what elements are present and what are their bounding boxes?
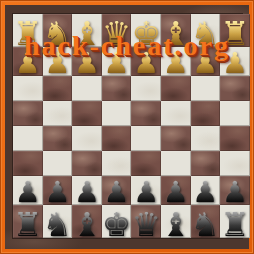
piece-dark-silver-pawn[interactable]: ♟ [74, 178, 100, 207]
square-g1[interactable]: ♞ [191, 205, 221, 238]
square-a8[interactable]: ♜ [13, 14, 43, 47]
square-d6[interactable] [102, 76, 132, 101]
square-f3[interactable] [161, 151, 191, 176]
square-a2[interactable]: ♟ [13, 176, 43, 205]
square-d4[interactable] [102, 126, 132, 151]
square-e5[interactable] [131, 101, 161, 126]
piece-dark-silver-pawn[interactable]: ♟ [222, 178, 248, 207]
piece-dark-silver-queen[interactable]: ♛ [131, 208, 161, 241]
piece-gold-pawn[interactable]: ♟ [192, 49, 218, 78]
piece-dark-silver-king[interactable]: ♚ [102, 208, 132, 241]
square-h2[interactable]: ♟ [220, 176, 250, 205]
square-g3[interactable] [191, 151, 221, 176]
square-c5[interactable] [72, 101, 102, 126]
square-e7[interactable]: ♟ [131, 47, 161, 76]
square-d7[interactable]: ♟ [102, 47, 132, 76]
square-e3[interactable] [131, 151, 161, 176]
square-c4[interactable] [72, 126, 102, 151]
square-f5[interactable] [161, 101, 191, 126]
square-b6[interactable] [43, 76, 73, 101]
square-g2[interactable]: ♟ [191, 176, 221, 205]
square-f1[interactable]: ♝ [161, 205, 191, 238]
piece-gold-pawn[interactable]: ♟ [74, 49, 100, 78]
square-g6[interactable] [191, 76, 221, 101]
square-e6[interactable] [131, 76, 161, 101]
piece-dark-silver-pawn[interactable]: ♟ [192, 178, 218, 207]
piece-dark-silver-pawn[interactable]: ♟ [15, 178, 41, 207]
square-h8[interactable]: ♜ [220, 14, 250, 47]
square-f2[interactable]: ♟ [161, 176, 191, 205]
square-g7[interactable]: ♟ [191, 47, 221, 76]
square-b2[interactable]: ♟ [43, 176, 73, 205]
square-g4[interactable] [191, 126, 221, 151]
board-margin: ♜♞♝♛♚♝♞♜♟♟♟♟♟♟♟♟♟♟♟♟♟♟♟♟♜♞♝♚♛♝♞♜ [5, 5, 249, 249]
piece-gold-pawn[interactable]: ♟ [163, 49, 189, 78]
square-c1[interactable]: ♝ [72, 205, 102, 238]
square-g5[interactable] [191, 101, 221, 126]
square-a3[interactable] [13, 151, 43, 176]
square-a6[interactable] [13, 76, 43, 101]
square-d8[interactable]: ♛ [102, 14, 132, 47]
piece-gold-pawn[interactable]: ♟ [15, 49, 41, 78]
orange-frame: ♜♞♝♛♚♝♞♜♟♟♟♟♟♟♟♟♟♟♟♟♟♟♟♟♜♞♝♚♛♝♞♜ hack-ch… [0, 0, 254, 254]
square-e1[interactable]: ♛ [131, 205, 161, 238]
square-e4[interactable] [131, 126, 161, 151]
square-c2[interactable]: ♟ [72, 176, 102, 205]
square-g8[interactable]: ♞ [191, 14, 221, 47]
square-h7[interactable]: ♟ [220, 47, 250, 76]
piece-dark-silver-bishop[interactable]: ♝ [161, 208, 191, 241]
square-e8[interactable]: ♚ [131, 14, 161, 47]
square-f6[interactable] [161, 76, 191, 101]
piece-dark-silver-pawn[interactable]: ♟ [104, 178, 130, 207]
square-f7[interactable]: ♟ [161, 47, 191, 76]
square-d2[interactable]: ♟ [102, 176, 132, 205]
square-c6[interactable] [72, 76, 102, 101]
square-d5[interactable] [102, 101, 132, 126]
square-b3[interactable] [43, 151, 73, 176]
piece-gold-pawn[interactable]: ♟ [104, 49, 130, 78]
square-c3[interactable] [72, 151, 102, 176]
piece-dark-silver-pawn[interactable]: ♟ [163, 178, 189, 207]
square-a4[interactable] [13, 126, 43, 151]
piece-dark-silver-pawn[interactable]: ♟ [44, 178, 70, 207]
square-h6[interactable] [220, 76, 250, 101]
square-a5[interactable] [13, 101, 43, 126]
square-d3[interactable] [102, 151, 132, 176]
square-b4[interactable] [43, 126, 73, 151]
square-a7[interactable]: ♟ [13, 47, 43, 76]
square-b8[interactable]: ♞ [43, 14, 73, 47]
square-b5[interactable] [43, 101, 73, 126]
piece-gold-pawn[interactable]: ♟ [222, 49, 248, 78]
piece-gold-pawn[interactable]: ♟ [133, 49, 159, 78]
square-a1[interactable]: ♜ [13, 205, 43, 238]
square-e2[interactable]: ♟ [131, 176, 161, 205]
piece-dark-silver-knight[interactable]: ♞ [191, 208, 221, 241]
square-c7[interactable]: ♟ [72, 47, 102, 76]
piece-gold-pawn[interactable]: ♟ [44, 49, 70, 78]
piece-dark-silver-rook[interactable]: ♜ [220, 208, 250, 241]
square-h1[interactable]: ♜ [220, 205, 250, 238]
square-b1[interactable]: ♞ [43, 205, 73, 238]
square-b7[interactable]: ♟ [43, 47, 73, 76]
square-h3[interactable] [220, 151, 250, 176]
piece-dark-silver-pawn[interactable]: ♟ [133, 178, 159, 207]
square-f4[interactable] [161, 126, 191, 151]
square-c8[interactable]: ♝ [72, 14, 102, 47]
square-f8[interactable]: ♝ [161, 14, 191, 47]
piece-dark-silver-knight[interactable]: ♞ [43, 208, 73, 241]
piece-dark-silver-bishop[interactable]: ♝ [72, 208, 102, 241]
square-h4[interactable] [220, 126, 250, 151]
piece-dark-silver-rook[interactable]: ♜ [13, 208, 43, 241]
square-d1[interactable]: ♚ [102, 205, 132, 238]
chessboard: ♜♞♝♛♚♝♞♜♟♟♟♟♟♟♟♟♟♟♟♟♟♟♟♟♜♞♝♚♛♝♞♜ [13, 14, 242, 238]
square-h5[interactable] [220, 101, 250, 126]
